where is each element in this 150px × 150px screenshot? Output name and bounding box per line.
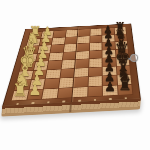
square-d6[interactable]: [89, 50, 102, 58]
square-c7[interactable]: [102, 42, 114, 50]
square-b8[interactable]: [115, 34, 127, 41]
square-c3[interactable]: [50, 45, 63, 53]
square-c2[interactable]: [37, 45, 50, 53]
square-d8[interactable]: [115, 49, 128, 57]
square-g5[interactable]: [73, 77, 87, 87]
square-c8[interactable]: [115, 41, 128, 49]
square-e2[interactable]: [34, 61, 48, 70]
square-e6[interactable]: [89, 58, 102, 67]
square-f4[interactable]: [60, 68, 74, 77]
square-f1[interactable]: [17, 71, 32, 80]
square-h1[interactable]: [12, 90, 29, 101]
square-f8[interactable]: [116, 66, 130, 75]
square-g4[interactable]: [59, 78, 74, 88]
square-d3[interactable]: [49, 52, 63, 60]
square-d2[interactable]: [36, 53, 50, 61]
square-g3[interactable]: [44, 78, 59, 88]
square-e7[interactable]: [103, 58, 116, 67]
square-g2[interactable]: [29, 79, 44, 89]
square-g8[interactable]: [117, 75, 131, 85]
square-b6[interactable]: [90, 35, 102, 42]
square-e3[interactable]: [47, 60, 61, 69]
square-b5[interactable]: [77, 36, 89, 43]
square-f2[interactable]: [32, 70, 47, 79]
photo-stage: ♜♞♝♛♚♝♞♜♟♟♟♟♟♟♟♟♟♟♟♟♟♟♟♟♜♞♝♛♚♝♞♜: [0, 0, 150, 150]
square-h4[interactable]: [57, 88, 72, 99]
square-f5[interactable]: [74, 68, 88, 77]
square-e5[interactable]: [75, 59, 88, 68]
board-surface: [2, 24, 141, 107]
square-f3[interactable]: [46, 69, 60, 78]
square-d7[interactable]: [102, 50, 115, 58]
square-h5[interactable]: [72, 87, 87, 98]
square-g7[interactable]: [103, 75, 117, 85]
square-b7[interactable]: [102, 35, 114, 42]
square-g6[interactable]: [88, 76, 102, 86]
square-h2[interactable]: [27, 89, 43, 100]
square-c6[interactable]: [89, 43, 101, 51]
square-c5[interactable]: [76, 43, 88, 51]
square-d1[interactable]: [22, 54, 36, 62]
square-h7[interactable]: [103, 85, 117, 95]
box-side-seam: [69, 104, 72, 112]
square-e4[interactable]: [61, 60, 75, 69]
chessboard: [2, 99, 141, 106]
square-c1[interactable]: [25, 46, 39, 54]
square-h3[interactable]: [42, 88, 58, 99]
square-g1[interactable]: [15, 80, 31, 90]
square-d5[interactable]: [76, 51, 89, 59]
square-h8[interactable]: [118, 84, 133, 94]
square-f6[interactable]: [88, 67, 101, 76]
square-h6[interactable]: [88, 86, 102, 97]
square-d4[interactable]: [62, 52, 75, 60]
square-c4[interactable]: [63, 44, 76, 52]
square-f7[interactable]: [103, 66, 116, 75]
square-e1[interactable]: [20, 62, 35, 71]
